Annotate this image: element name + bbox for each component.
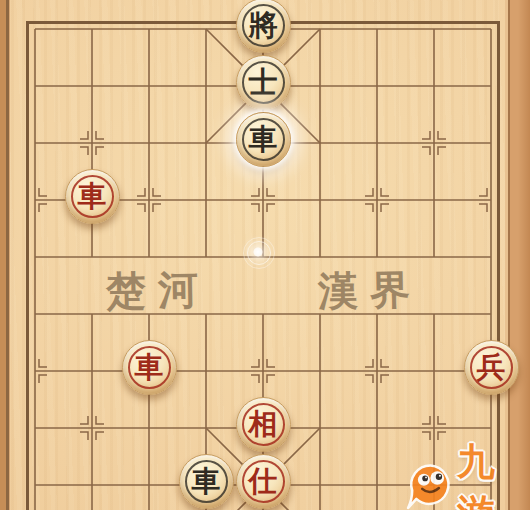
piece-character: 車: [78, 182, 107, 211]
piece-character: 車: [249, 125, 278, 154]
piece-red-soldier[interactable]: 兵: [464, 340, 519, 395]
xiangqi-board-screen: 楚河 漢界 將士車車車兵相車仕 九游: [0, 0, 530, 510]
piece-red-elephant[interactable]: 相: [236, 397, 291, 452]
9game-watermark: 九游: [403, 437, 530, 510]
piece-black-advisor[interactable]: 士: [236, 55, 291, 110]
piece-red-chariot[interactable]: 車: [122, 340, 177, 395]
piece-black-chariot[interactable]: 車: [179, 454, 234, 509]
9game-mascot-icon: [403, 460, 453, 510]
piece-black-general[interactable]: 將: [236, 0, 291, 53]
piece-character: 將: [249, 11, 278, 40]
piece-character: 車: [192, 467, 221, 496]
piece-red-chariot[interactable]: 車: [65, 169, 120, 224]
piece-character: 兵: [477, 353, 506, 382]
piece-character: 仕: [249, 467, 278, 496]
piece-black-chariot[interactable]: 車: [236, 112, 291, 167]
piece-character: 車: [135, 353, 164, 382]
piece-red-advisor[interactable]: 仕: [236, 454, 291, 509]
piece-character: 士: [249, 68, 278, 97]
piece-character: 相: [249, 410, 278, 439]
board-grid[interactable]: 將士車車車兵相車仕: [7, 1, 520, 510]
9game-watermark-text: 九游: [457, 437, 530, 510]
